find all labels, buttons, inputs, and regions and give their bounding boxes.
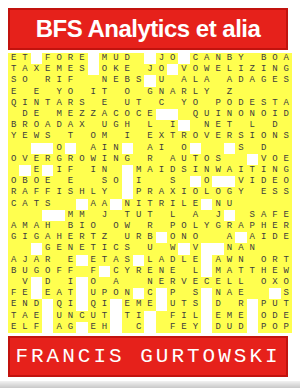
grid-cell: R: [156, 199, 167, 210]
grid-cell: [19, 165, 30, 176]
grid-cell: A: [19, 311, 30, 322]
grid-cell: L: [144, 255, 155, 266]
grid-cell: S: [65, 187, 76, 198]
grid-cell: T: [167, 131, 178, 142]
grid-cell: S: [281, 131, 292, 142]
grid-cell: [88, 176, 99, 187]
grid-cell: F: [42, 53, 53, 64]
grid-cell: G: [31, 232, 42, 243]
grid-cell: L: [190, 311, 201, 322]
grid-cell: D: [258, 176, 269, 187]
grid-cell: N: [144, 277, 155, 288]
grid-cell: E: [76, 243, 87, 254]
grid-cell: L: [190, 266, 201, 277]
grid-cell: [53, 176, 64, 187]
grid-cell: [76, 176, 87, 187]
grid-cell: O: [65, 87, 76, 98]
grid-cell: [281, 243, 292, 254]
grid-cell: R: [224, 131, 235, 142]
grid-cell: S: [42, 199, 53, 210]
grid-cell: J: [156, 53, 167, 64]
grid-cell: R: [65, 154, 76, 165]
grid-cell: S: [8, 75, 19, 86]
grid-cell: [144, 311, 155, 322]
grid-cell: [224, 299, 235, 310]
grid-cell: L: [190, 75, 201, 86]
grid-cell: T: [42, 98, 53, 109]
grid-cell: [247, 311, 258, 322]
grid-cell: S: [76, 64, 87, 75]
grid-cell: U: [133, 210, 144, 221]
grid-cell: A: [224, 75, 235, 86]
grid-cell: J: [144, 64, 155, 75]
grid-cell: Y: [122, 266, 133, 277]
grid-cell: W: [88, 154, 99, 165]
grid-cell: A: [88, 143, 99, 154]
grid-cell: I: [76, 221, 87, 232]
grid-cell: E: [31, 311, 42, 322]
grid-cell: J: [212, 210, 223, 221]
grid-cell: [76, 131, 87, 142]
grid-cell: O: [190, 131, 201, 142]
grid-cell: [269, 288, 280, 299]
grid-cell: [53, 131, 64, 142]
grid-cell: Y: [178, 98, 189, 109]
grid-cell: W: [167, 243, 178, 254]
grid-cell: F: [167, 322, 178, 333]
grid-cell: M: [99, 53, 110, 64]
grid-cell: C: [201, 277, 212, 288]
grid-cell: O: [88, 131, 99, 142]
grid-cell: [42, 87, 53, 98]
grid-cell: E: [235, 311, 246, 322]
grid-cell: [235, 210, 246, 221]
grid-cell: U: [144, 243, 155, 254]
grid-cell: [110, 311, 121, 322]
grid-cell: E: [65, 255, 76, 266]
grid-cell: F: [53, 266, 64, 277]
grid-cell: S: [281, 75, 292, 86]
grid-cell: U: [167, 299, 178, 310]
grid-cell: H: [76, 187, 87, 198]
grid-cell: G: [8, 232, 19, 243]
grid-cell: I: [99, 299, 110, 310]
grid-cell: A: [190, 210, 201, 221]
grid-cell: F: [65, 266, 76, 277]
grid-cell: [99, 277, 110, 288]
grid-cell: V: [235, 176, 246, 187]
author-banner: FRANCIS GURTOWSKI: [8, 336, 288, 377]
grid-cell: E: [65, 64, 76, 75]
grid-cell: O: [190, 232, 201, 243]
grid-cell: O: [8, 176, 19, 187]
grid-cell: [178, 120, 189, 131]
grid-cell: I: [133, 176, 144, 187]
grid-cell: A: [178, 75, 189, 86]
grid-cell: [247, 255, 258, 266]
grid-cell: [178, 210, 189, 221]
grid-cell: V: [190, 243, 201, 254]
grid-cell: L: [88, 187, 99, 198]
grid-cell: L: [190, 221, 201, 232]
grid-cell: [133, 53, 144, 64]
grid-cell: [76, 75, 87, 86]
grid-cell: G: [258, 75, 269, 86]
grid-cell: P: [167, 288, 178, 299]
grid-cell: G: [281, 165, 292, 176]
grid-cell: [110, 98, 121, 109]
grid-cell: [53, 199, 64, 210]
grid-cell: E: [19, 288, 30, 299]
grid-cell: S: [133, 75, 144, 86]
grid-cell: O: [258, 277, 269, 288]
grid-cell: [167, 143, 178, 154]
grid-cell: T: [235, 266, 246, 277]
grid-cell: [258, 120, 269, 131]
grid-cell: I: [178, 187, 189, 198]
grid-cell: O: [201, 154, 212, 165]
grid-cell: I: [269, 109, 280, 120]
grid-cell: P: [99, 288, 110, 299]
grid-cell: P: [167, 221, 178, 232]
grid-cell: [201, 255, 212, 266]
grid-cell: P: [247, 221, 258, 232]
grid-cell: E: [269, 75, 280, 86]
grid-cell: [167, 64, 178, 75]
grid-cell: C: [8, 199, 19, 210]
grid-cell: X: [76, 120, 87, 131]
grid-cell: E: [31, 154, 42, 165]
grid-cell: E: [269, 266, 280, 277]
grid-cell: I: [65, 277, 76, 288]
grid-cell: N: [212, 199, 223, 210]
grid-cell: E: [8, 87, 19, 98]
grid-cell: E: [281, 154, 292, 165]
grid-cell: C: [110, 109, 121, 120]
grid-cell: U: [269, 299, 280, 310]
grid-cell: U: [19, 266, 30, 277]
grid-cell: [76, 299, 87, 310]
grid-cell: [122, 165, 133, 176]
grid-cell: M: [212, 266, 223, 277]
grid-cell: N: [31, 98, 42, 109]
grid-cell: [110, 199, 121, 210]
grid-cell: A: [31, 221, 42, 232]
grid-cell: A: [31, 255, 42, 266]
grid-cell: C: [144, 288, 155, 299]
grid-cell: S: [235, 143, 246, 154]
grid-cell: P: [212, 98, 223, 109]
grid-cell: [88, 210, 99, 221]
grid-cell: [212, 243, 223, 254]
grid-cell: F: [88, 266, 99, 277]
grid-cell: C: [133, 109, 144, 120]
grid-cell: G: [42, 243, 53, 254]
grid-cell: J: [19, 255, 30, 266]
grid-cell: O: [53, 53, 64, 64]
grid-cell: R: [65, 98, 76, 109]
grid-cell: I: [190, 165, 201, 176]
grid-cell: E: [144, 266, 155, 277]
grid-cell: W: [224, 255, 235, 266]
grid-cell: [269, 143, 280, 154]
grid-cell: [156, 176, 167, 187]
grid-cell: U: [99, 120, 110, 131]
grid-cell: E: [247, 98, 258, 109]
grid-cell: [156, 232, 167, 243]
cover-bottom-edge: [0, 381, 300, 388]
grid-cell: O: [76, 154, 87, 165]
grid-cell: I: [167, 120, 178, 131]
grid-cell: [247, 87, 258, 98]
grid-cell: [156, 221, 167, 232]
grid-cell: [156, 311, 167, 322]
grid-cell: O: [122, 87, 133, 98]
grid-cell: [201, 199, 212, 210]
grid-cell: T: [8, 64, 19, 75]
grid-cell: W: [212, 165, 223, 176]
grid-cell: [31, 75, 42, 86]
grid-cell: D: [235, 75, 246, 86]
grid-cell: E: [235, 288, 246, 299]
grid-cell: O: [167, 53, 178, 64]
grid-cell: E: [65, 176, 76, 187]
grid-cell: G: [212, 221, 223, 232]
grid-cell: [42, 311, 53, 322]
grid-cell: M: [224, 311, 235, 322]
grid-cell: U: [122, 232, 133, 243]
grid-cell: R: [76, 232, 87, 243]
grid-cell: E: [42, 176, 53, 187]
grid-cell: [88, 64, 99, 75]
grid-cell: R: [42, 154, 53, 165]
grid-cell: [247, 277, 258, 288]
grid-cell: D: [235, 98, 246, 109]
grid-cell: [76, 87, 87, 98]
grid-cell: S: [167, 176, 178, 187]
grid-cell: N: [99, 75, 110, 86]
grid-cell: A: [201, 75, 212, 86]
book-title: BFS Analytics et alia: [36, 15, 261, 43]
grid-cell: L: [167, 210, 178, 221]
grid-cell: S: [212, 154, 223, 165]
grid-cell: V: [201, 131, 212, 142]
grid-cell: E: [281, 311, 292, 322]
grid-cell: L: [190, 87, 201, 98]
grid-cell: [212, 75, 223, 86]
grid-cell: R: [42, 75, 53, 86]
grid-cell: [99, 266, 110, 277]
grid-cell: [133, 120, 144, 131]
grid-cell: S: [122, 255, 133, 266]
grid-cell: X: [156, 131, 167, 142]
grid-cell: R: [133, 232, 144, 243]
grid-cell: [110, 299, 121, 310]
grid-cell: O: [8, 154, 19, 165]
grid-cell: [156, 120, 167, 131]
grid-cell: G: [224, 187, 235, 198]
grid-cell: [76, 199, 87, 210]
grid-cell: [281, 143, 292, 154]
grid-cell: F: [42, 187, 53, 198]
grid-cell: [258, 243, 269, 254]
grid-cell: [8, 109, 19, 120]
grid-cell: L: [201, 187, 212, 198]
grid-cell: A: [156, 255, 167, 266]
grid-cell: E: [76, 53, 87, 64]
grid-cell: I: [235, 165, 246, 176]
grid-cell: I: [88, 165, 99, 176]
grid-cell: [281, 87, 292, 98]
grid-cell: [247, 53, 258, 64]
grid-cell: D: [212, 299, 223, 310]
grid-cell: [212, 87, 223, 98]
grid-cell: T: [144, 210, 155, 221]
grid-cell: C: [110, 243, 121, 254]
grid-cell: S: [269, 187, 280, 198]
grid-cell: T: [133, 98, 144, 109]
grid-cell: N: [235, 255, 246, 266]
grid-cell: S: [122, 243, 133, 254]
grid-cell: O: [42, 266, 53, 277]
grid-cell: S: [281, 187, 292, 198]
grid-cell: F: [65, 165, 76, 176]
grid-cell: P: [133, 187, 144, 198]
grid-cell: U: [178, 154, 189, 165]
grid-cell: N: [156, 87, 167, 98]
grid-cell: S: [258, 98, 269, 109]
grid-cell: [156, 210, 167, 221]
grid-cell: Q: [190, 109, 201, 120]
grid-cell: [65, 143, 76, 154]
grid-cell: U: [224, 322, 235, 333]
grid-cell: [76, 143, 87, 154]
grid-cell: [122, 187, 133, 198]
grid-cell: [247, 299, 258, 310]
grid-cell: N: [201, 165, 212, 176]
grid-cell: A: [53, 288, 64, 299]
grid-cell: E: [212, 311, 223, 322]
grid-cell: [110, 131, 121, 142]
grid-cell: O: [31, 176, 42, 187]
grid-cell: [235, 87, 246, 98]
grid-cell: N: [269, 165, 280, 176]
grid-cell: O: [235, 109, 246, 120]
grid-cell: U: [88, 288, 99, 299]
grid-cell: A: [167, 87, 178, 98]
grid-cell: [110, 322, 121, 333]
grid-cell: H: [258, 221, 269, 232]
grid-cell: E: [8, 322, 19, 333]
grid-cell: N: [65, 311, 76, 322]
grid-cell: W: [122, 221, 133, 232]
grid-cell: [167, 98, 178, 109]
grid-cell: O: [122, 109, 133, 120]
grid-cell: [122, 176, 133, 187]
grid-cell: N: [99, 165, 110, 176]
grid-cell: H: [122, 120, 133, 131]
grid-cell: W: [281, 266, 292, 277]
grid-cell: R: [224, 221, 235, 232]
grid-cell: D: [122, 53, 133, 64]
grid-cell: A: [53, 98, 64, 109]
grid-cell: I: [65, 299, 76, 310]
grid-cell: [178, 53, 189, 64]
grid-cell: B: [8, 120, 19, 131]
grid-cell: I: [99, 243, 110, 254]
grid-cell: [201, 210, 212, 221]
grid-cell: D: [53, 120, 64, 131]
grid-cell: [269, 243, 280, 254]
grid-cell: I: [156, 143, 167, 154]
grid-cell: T: [281, 299, 292, 310]
grid-cell: T: [19, 53, 30, 64]
grid-cell: A: [247, 75, 258, 86]
grid-cell: N: [212, 53, 223, 64]
grid-cell: N: [122, 288, 133, 299]
grid-cell: S: [42, 131, 53, 142]
grid-cell: A: [144, 165, 155, 176]
grid-cell: [31, 210, 42, 221]
grid-cell: W: [201, 64, 212, 75]
grid-cell: E: [269, 176, 280, 187]
grid-cell: L: [247, 120, 258, 131]
grid-cell: X: [31, 64, 42, 75]
grid-cell: B: [224, 53, 235, 64]
grid-cell: O: [258, 131, 269, 142]
grid-cell: [133, 64, 144, 75]
grid-cell: O: [281, 176, 292, 187]
puzzle-grid: ETFOREMUDJOCANBYBOATAXEMESOKEJOVOWELIZIN…: [8, 53, 292, 333]
grid-cell: G: [122, 154, 133, 165]
grid-cell: [269, 199, 280, 210]
grid-cell: N: [247, 243, 258, 254]
grid-cell: [76, 266, 87, 277]
grid-cell: A: [8, 221, 19, 232]
grid-cell: [247, 187, 258, 198]
grid-cell: [42, 299, 53, 310]
grid-cell: O: [224, 98, 235, 109]
grid-cell: [88, 53, 99, 64]
grid-cell: T: [269, 98, 280, 109]
grid-cell: E: [144, 131, 155, 142]
grid-cell: F: [65, 75, 76, 86]
grid-cell: E: [122, 64, 133, 75]
grid-cell: E: [8, 53, 19, 64]
grid-cell: [133, 277, 144, 288]
grid-cell: D: [31, 299, 42, 310]
grid-cell: T: [8, 311, 19, 322]
grid-cell: A: [53, 322, 64, 333]
grid-cell: E: [190, 199, 201, 210]
grid-cell: [76, 277, 87, 288]
grid-cell: O: [99, 64, 110, 75]
grid-cell: D: [258, 143, 269, 154]
grid-cell: N: [110, 154, 121, 165]
grid-cell: O: [281, 277, 292, 288]
grid-cell: [247, 288, 258, 299]
grid-cell: R: [144, 187, 155, 198]
grid-cell: [156, 288, 167, 299]
grid-cell: I: [258, 232, 269, 243]
grid-cell: E: [53, 243, 64, 254]
grid-cell: O: [178, 143, 189, 154]
grid-cell: S: [76, 98, 87, 109]
grid-cell: A: [156, 187, 167, 198]
grid-cell: I: [247, 131, 258, 142]
grid-cell: E: [88, 255, 99, 266]
grid-cell: R: [19, 120, 30, 131]
